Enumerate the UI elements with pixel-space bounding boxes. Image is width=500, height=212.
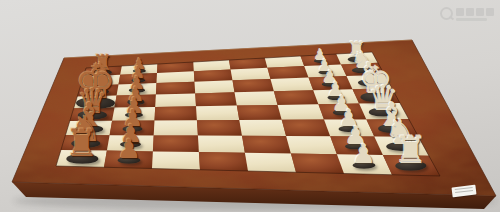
piece-glyph: ♟ <box>352 141 376 168</box>
piece-black-rook[interactable]: ♜ <box>65 125 99 162</box>
piece-white-rook[interactable]: ♜ <box>394 132 428 169</box>
magnifier-logo-icon <box>440 7 453 20</box>
watermark-characters <box>456 8 494 16</box>
piece-glyph: ♟ <box>117 136 141 163</box>
piece-black-pawn[interactable]: ♟ <box>117 136 141 163</box>
watermark-text-blocks <box>456 7 494 21</box>
watermark <box>440 7 494 21</box>
piece-glyph: ♜ <box>394 132 428 169</box>
watermark-subtext <box>456 18 487 21</box>
piece-white-pawn[interactable]: ♟ <box>352 141 376 168</box>
pieces-layer: ♜♟♟♜♞♟♟♞♝♟♟♝♚♟♟♚♛♟♟♛♝♟♟♝♞♟♟♞♜♟♟♜ <box>0 0 500 212</box>
piece-glyph: ♜ <box>65 125 99 162</box>
auction-photo: ♜♟♟♜♞♟♟♞♝♟♟♝♚♟♟♚♛♟♟♛♝♟♟♝♞♟♟♞♜♟♟♜ <box>0 0 500 212</box>
